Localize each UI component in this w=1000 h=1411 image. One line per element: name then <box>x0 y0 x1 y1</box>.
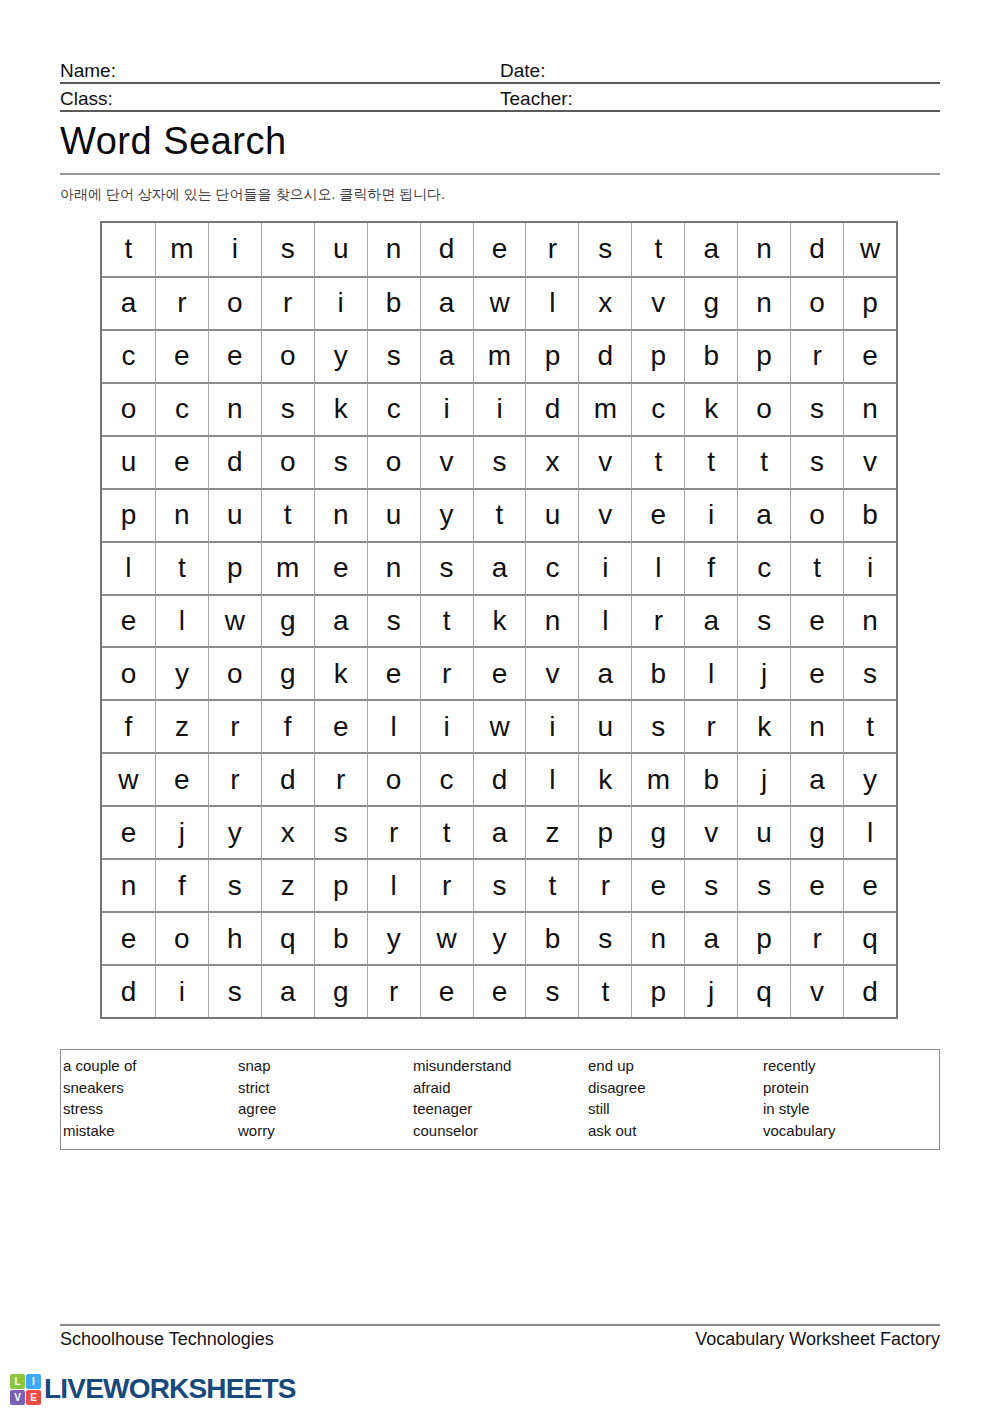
grid-cell-r12c7[interactable]: t <box>420 805 473 858</box>
grid-cell-r8c3[interactable]: w <box>208 594 261 647</box>
grid-cell-r12c12[interactable]: v <box>684 805 737 858</box>
grid-cell-r15c8[interactable]: e <box>473 964 526 1017</box>
grid-cell-r8c15[interactable]: n <box>843 594 896 647</box>
word-list-item: disagree <box>588 1077 763 1099</box>
word-list-item: vocabulary <box>763 1120 939 1142</box>
grid-cell-r3c3[interactable]: e <box>208 329 261 382</box>
grid-cell-r11c15[interactable]: y <box>843 752 896 805</box>
grid-cell-r3c6[interactable]: s <box>367 329 420 382</box>
grid-cell-r2c10[interactable]: x <box>578 276 631 329</box>
grid-cell-r4c8[interactable]: i <box>473 382 526 435</box>
grid-cell-r10c9[interactable]: i <box>525 699 578 752</box>
grid-cell-r3c13[interactable]: p <box>737 329 790 382</box>
word-list-item: a couple of <box>63 1055 238 1077</box>
grid-cell-r13c3[interactable]: s <box>208 858 261 911</box>
grid-cell-r12c2[interactable]: j <box>155 805 208 858</box>
word-list-item: stress <box>63 1098 238 1120</box>
grid-cell-r2c2[interactable]: r <box>155 276 208 329</box>
grid-cell-r13c14[interactable]: e <box>790 858 843 911</box>
grid-cell-r1c2[interactable]: m <box>155 223 208 276</box>
grid-cell-r10c1[interactable]: f <box>102 699 155 752</box>
grid-cell-r1c14[interactable]: d <box>790 223 843 276</box>
grid-cell-r5c14[interactable]: s <box>790 435 843 488</box>
grid-cell-r7c8[interactable]: a <box>473 541 526 594</box>
word-list-item: mistake <box>63 1120 238 1142</box>
grid-cell-r10c10[interactable]: u <box>578 699 631 752</box>
grid-cell-r9c7[interactable]: r <box>420 646 473 699</box>
grid-cell-r11c2[interactable]: e <box>155 752 208 805</box>
logo-square-i: I <box>26 1374 41 1389</box>
grid-cell-r7c3[interactable]: p <box>208 541 261 594</box>
grid-cell-r8c5[interactable]: a <box>314 594 367 647</box>
grid-cell-r13c13[interactable]: s <box>737 858 790 911</box>
grid-cell-r15c1[interactable]: d <box>102 964 155 1017</box>
grid-cell-r12c8[interactable]: a <box>473 805 526 858</box>
grid-cell-r11c10[interactable]: k <box>578 752 631 805</box>
grid-cell-r3c12[interactable]: b <box>684 329 737 382</box>
grid-cell-r10c3[interactable]: r <box>208 699 261 752</box>
grid-cell-r10c14[interactable]: n <box>790 699 843 752</box>
grid-cell-r15c9[interactable]: s <box>525 964 578 1017</box>
grid-cell-r6c5[interactable]: n <box>314 488 367 541</box>
name-date-row: Name: Date: <box>60 56 940 84</box>
grid-cell-r3c14[interactable]: r <box>790 329 843 382</box>
word-list-column-2: snapstrictagreeworry <box>238 1055 413 1141</box>
grid-cell-r4c11[interactable]: c <box>631 382 684 435</box>
grid-cell-r1c6[interactable]: n <box>367 223 420 276</box>
word-list-item: end up <box>588 1055 763 1077</box>
grid-cell-r7c10[interactable]: i <box>578 541 631 594</box>
logo-square-v: V <box>10 1390 25 1405</box>
grid-cell-r6c12[interactable]: i <box>684 488 737 541</box>
class-teacher-row: Class: Teacher: <box>60 84 940 112</box>
grid-cell-r8c7[interactable]: t <box>420 594 473 647</box>
grid-cell-r1c9[interactable]: r <box>525 223 578 276</box>
grid-cell-r1c10[interactable]: s <box>578 223 631 276</box>
grid-cell-r13c9[interactable]: t <box>525 858 578 911</box>
grid-cell-r1c12[interactable]: a <box>684 223 737 276</box>
grid-cell-r14c2[interactable]: o <box>155 911 208 964</box>
grid-cell-r15c15[interactable]: d <box>843 964 896 1017</box>
grid-cell-r8c4[interactable]: g <box>261 594 314 647</box>
grid-cell-r12c4[interactable]: x <box>261 805 314 858</box>
grid-cell-r15c4[interactable]: a <box>261 964 314 1017</box>
grid-cell-r3c2[interactable]: e <box>155 329 208 382</box>
grid-cell-r4c4[interactable]: s <box>261 382 314 435</box>
grid-cell-r5c10[interactable]: v <box>578 435 631 488</box>
grid-cell-r3c7[interactable]: a <box>420 329 473 382</box>
grid-cell-r14c13[interactable]: p <box>737 911 790 964</box>
grid-cell-r2c9[interactable]: l <box>525 276 578 329</box>
grid-cell-r3c10[interactable]: d <box>578 329 631 382</box>
grid-cell-r7c1[interactable]: l <box>102 541 155 594</box>
grid-cell-r9c3[interactable]: o <box>208 646 261 699</box>
grid-cell-r12c1[interactable]: e <box>102 805 155 858</box>
grid-cell-r6c11[interactable]: e <box>631 488 684 541</box>
grid-cell-r8c11[interactable]: r <box>631 594 684 647</box>
grid-cell-r4c6[interactable]: c <box>367 382 420 435</box>
grid-cell-r13c10[interactable]: r <box>578 858 631 911</box>
grid-cell-r7c15[interactable]: i <box>843 541 896 594</box>
grid-cell-r4c3[interactable]: n <box>208 382 261 435</box>
grid-cell-r13c15[interactable]: e <box>843 858 896 911</box>
word-list-item: ask out <box>588 1120 763 1142</box>
word-list-item: snap <box>238 1055 413 1077</box>
grid-cell-r8c12[interactable]: a <box>684 594 737 647</box>
grid-cell-r6c4[interactable]: t <box>261 488 314 541</box>
grid-cell-r6c15[interactable]: b <box>843 488 896 541</box>
grid-cell-r4c9[interactable]: d <box>525 382 578 435</box>
grid-cell-r5c4[interactable]: o <box>261 435 314 488</box>
grid-cell-r8c9[interactable]: n <box>525 594 578 647</box>
word-list-item: recently <box>763 1055 939 1077</box>
grid-cell-r10c15[interactable]: t <box>843 699 896 752</box>
grid-cell-r6c13[interactable]: a <box>737 488 790 541</box>
grid-cell-r14c11[interactable]: n <box>631 911 684 964</box>
grid-cell-r2c14[interactable]: o <box>790 276 843 329</box>
grid-cell-r2c13[interactable]: n <box>737 276 790 329</box>
grid-cell-r5c6[interactable]: o <box>367 435 420 488</box>
grid-cell-r9c1[interactable]: o <box>102 646 155 699</box>
grid-cell-r14c4[interactable]: q <box>261 911 314 964</box>
grid-cell-r8c8[interactable]: k <box>473 594 526 647</box>
grid-cell-r8c6[interactable]: s <box>367 594 420 647</box>
grid-cell-r11c3[interactable]: r <box>208 752 261 805</box>
grid-cell-r7c12[interactable]: f <box>684 541 737 594</box>
grid-cell-r4c2[interactable]: c <box>155 382 208 435</box>
grid-cell-r10c13[interactable]: k <box>737 699 790 752</box>
grid-cell-r10c5[interactable]: e <box>314 699 367 752</box>
grid-cell-r9c4[interactable]: g <box>261 646 314 699</box>
grid-cell-r11c12[interactable]: b <box>684 752 737 805</box>
worksheet-page: Name: Date: Class: Teacher: Word Search … <box>0 0 1000 1150</box>
grid-cell-r6c2[interactable]: n <box>155 488 208 541</box>
grid-cell-r5c11[interactable]: t <box>631 435 684 488</box>
grid-cell-r14c7[interactable]: w <box>420 911 473 964</box>
grid-cell-r5c3[interactable]: d <box>208 435 261 488</box>
grid-cell-r13c8[interactable]: s <box>473 858 526 911</box>
grid-cell-r14c8[interactable]: y <box>473 911 526 964</box>
word-list-column-4: end updisagreestillask out <box>588 1055 763 1141</box>
word-list-item: sneakers <box>63 1077 238 1099</box>
grid-cell-r2c15[interactable]: p <box>843 276 896 329</box>
grid-cell-r8c1[interactable]: e <box>102 594 155 647</box>
grid-cell-r7c4[interactable]: m <box>261 541 314 594</box>
grid-cell-r13c4[interactable]: z <box>261 858 314 911</box>
grid-cell-r2c7[interactable]: a <box>420 276 473 329</box>
grid-cell-r2c6[interactable]: b <box>367 276 420 329</box>
grid-cell-r14c3[interactable]: h <box>208 911 261 964</box>
grid-cell-r13c11[interactable]: e <box>631 858 684 911</box>
word-list-item: misunderstand <box>413 1055 588 1077</box>
grid-cell-r5c5[interactable]: s <box>314 435 367 488</box>
word-list-item: worry <box>238 1120 413 1142</box>
grid-cell-r1c4[interactable]: s <box>261 223 314 276</box>
grid-cell-r1c13[interactable]: n <box>737 223 790 276</box>
word-list-item: protein <box>763 1077 939 1099</box>
grid-cell-r11c9[interactable]: l <box>525 752 578 805</box>
grid-cell-r7c11[interactable]: l <box>631 541 684 594</box>
grid-cell-r6c3[interactable]: u <box>208 488 261 541</box>
grid-cell-r10c7[interactable]: i <box>420 699 473 752</box>
grid-cell-r9c5[interactable]: k <box>314 646 367 699</box>
grid-cell-r5c15[interactable]: v <box>843 435 896 488</box>
grid-cell-r1c5[interactable]: u <box>314 223 367 276</box>
class-label: Class: <box>60 88 113 109</box>
grid-cell-r3c1[interactable]: c <box>102 329 155 382</box>
grid-cell-r3c9[interactable]: p <box>525 329 578 382</box>
grid-cell-r12c9[interactable]: z <box>525 805 578 858</box>
grid-cell-r15c3[interactable]: s <box>208 964 261 1017</box>
grid-cell-r9c11[interactable]: b <box>631 646 684 699</box>
grid-cell-r15c6[interactable]: r <box>367 964 420 1017</box>
grid-cell-r3c5[interactable]: y <box>314 329 367 382</box>
word-list-item: teenager <box>413 1098 588 1120</box>
grid-cell-r3c4[interactable]: o <box>261 329 314 382</box>
grid-cell-r4c10[interactable]: m <box>578 382 631 435</box>
grid-cell-r9c2[interactable]: y <box>155 646 208 699</box>
footer-left-text: Schoolhouse Technologies <box>60 1329 274 1350</box>
grid-cell-r1c11[interactable]: t <box>631 223 684 276</box>
grid-cell-r11c6[interactable]: o <box>367 752 420 805</box>
grid-cell-r14c12[interactable]: a <box>684 911 737 964</box>
grid-cell-r11c1[interactable]: w <box>102 752 155 805</box>
grid-cell-r13c5[interactable]: p <box>314 858 367 911</box>
grid-cell-r14c14[interactable]: r <box>790 911 843 964</box>
grid-cell-r2c3[interactable]: o <box>208 276 261 329</box>
word-list-column-5: recentlyproteinin stylevocabulary <box>763 1055 939 1141</box>
footer-divider <box>60 1324 940 1326</box>
grid-cell-r2c5[interactable]: i <box>314 276 367 329</box>
grid-cell-r7c7[interactable]: s <box>420 541 473 594</box>
footer: Schoolhouse Technologies Vocabulary Work… <box>60 1329 940 1350</box>
grid-cell-r7c2[interactable]: t <box>155 541 208 594</box>
grid-cell-r12c5[interactable]: s <box>314 805 367 858</box>
grid-cell-r6c10[interactable]: v <box>578 488 631 541</box>
logo-square-l: L <box>10 1374 25 1389</box>
page-title: Word Search <box>60 120 940 163</box>
grid-cell-r12c11[interactable]: g <box>631 805 684 858</box>
word-list-item: afraid <box>413 1077 588 1099</box>
grid-cell-r9c8[interactable]: e <box>473 646 526 699</box>
liveworksheets-logo[interactable]: L I V E LIVEWORKSHEETS <box>10 1373 296 1405</box>
grid-cell-r1c8[interactable]: e <box>473 223 526 276</box>
grid-cell-r11c5[interactable]: r <box>314 752 367 805</box>
grid-cell-r2c4[interactable]: r <box>261 276 314 329</box>
grid-cell-r1c15[interactable]: w <box>843 223 896 276</box>
grid-cell-r11c4[interactable]: d <box>261 752 314 805</box>
grid-cell-r9c13[interactable]: j <box>737 646 790 699</box>
grid-cell-r12c15[interactable]: l <box>843 805 896 858</box>
grid-cell-r2c11[interactable]: v <box>631 276 684 329</box>
grid-cell-r4c5[interactable]: k <box>314 382 367 435</box>
grid-cell-r6c14[interactable]: o <box>790 488 843 541</box>
grid-cell-r4c15[interactable]: n <box>843 382 896 435</box>
grid-cell-r4c7[interactable]: i <box>420 382 473 435</box>
grid-cell-r12c13[interactable]: u <box>737 805 790 858</box>
grid-cell-r15c2[interactable]: i <box>155 964 208 1017</box>
title-block: Word Search <box>60 112 940 175</box>
grid-cell-r4c13[interactable]: o <box>737 382 790 435</box>
logo-wordmark: LIVEWORKSHEETS <box>44 1373 296 1405</box>
date-label: Date: <box>500 60 545 81</box>
grid-cell-r2c1[interactable]: a <box>102 276 155 329</box>
grid-cell-r4c14[interactable]: s <box>790 382 843 435</box>
teacher-label: Teacher: <box>500 88 573 109</box>
grid-cell-r15c5[interactable]: g <box>314 964 367 1017</box>
instruction-text: 아래에 단어 상자에 있는 단어들을 찾으시오. 클릭하면 됩니다. <box>60 186 940 204</box>
grid-cell-r13c1[interactable]: n <box>102 858 155 911</box>
grid-cell-r4c12[interactable]: k <box>684 382 737 435</box>
grid-cell-r12c14[interactable]: g <box>790 805 843 858</box>
grid-cell-r5c1[interactable]: u <box>102 435 155 488</box>
grid-cell-r10c12[interactable]: r <box>684 699 737 752</box>
word-list-item: in style <box>763 1098 939 1120</box>
grid-cell-r7c9[interactable]: c <box>525 541 578 594</box>
name-label: Name: <box>60 60 116 81</box>
grid-cell-r9c6[interactable]: e <box>367 646 420 699</box>
grid-cell-r11c13[interactable]: j <box>737 752 790 805</box>
grid-cell-r14c6[interactable]: y <box>367 911 420 964</box>
word-list-box: a couple ofsneakersstressmistakesnapstri… <box>60 1049 940 1150</box>
grid-cell-r5c2[interactable]: e <box>155 435 208 488</box>
grid-cell-r3c15[interactable]: e <box>843 329 896 382</box>
grid-cell-r4c1[interactable]: o <box>102 382 155 435</box>
grid-cell-r10c6[interactable]: l <box>367 699 420 752</box>
grid-cell-r9c15[interactable]: s <box>843 646 896 699</box>
grid-cell-r11c11[interactable]: m <box>631 752 684 805</box>
grid-cell-r13c2[interactable]: f <box>155 858 208 911</box>
grid-cell-r5c8[interactable]: s <box>473 435 526 488</box>
grid-cell-r10c11[interactable]: s <box>631 699 684 752</box>
grid-cell-r10c8[interactable]: w <box>473 699 526 752</box>
grid-cell-r6c8[interactable]: t <box>473 488 526 541</box>
grid-cell-r9c14[interactable]: e <box>790 646 843 699</box>
grid-cell-r13c12[interactable]: s <box>684 858 737 911</box>
liveworksheets-icon: L I V E <box>10 1374 41 1405</box>
grid-cell-r5c9[interactable]: x <box>525 435 578 488</box>
grid-cell-r8c13[interactable]: s <box>737 594 790 647</box>
logo-square-e: E <box>26 1390 41 1405</box>
grid-cell-r2c8[interactable]: w <box>473 276 526 329</box>
grid-cell-r12c6[interactable]: r <box>367 805 420 858</box>
grid-cell-r9c12[interactable]: l <box>684 646 737 699</box>
word-list-item: agree <box>238 1098 413 1120</box>
grid-cell-r8c14[interactable]: e <box>790 594 843 647</box>
grid-cell-r5c12[interactable]: t <box>684 435 737 488</box>
word-search-grid: tmisunderstandwaroribawlxvgnopceeoysampd… <box>100 221 898 1019</box>
grid-cell-r9c9[interactable]: v <box>525 646 578 699</box>
grid-cell-r1c3[interactable]: i <box>208 223 261 276</box>
grid-cell-r13c7[interactable]: r <box>420 858 473 911</box>
grid-cell-r7c5[interactable]: e <box>314 541 367 594</box>
grid-cell-r12c3[interactable]: y <box>208 805 261 858</box>
grid-cell-r11c8[interactable]: d <box>473 752 526 805</box>
grid-cell-r15c7[interactable]: e <box>420 964 473 1017</box>
grid-cell-r6c6[interactable]: u <box>367 488 420 541</box>
grid-cell-r12c10[interactable]: p <box>578 805 631 858</box>
grid-cell-r14c15[interactable]: q <box>843 911 896 964</box>
grid-cell-r15c12[interactable]: j <box>684 964 737 1017</box>
word-list-item: counselor <box>413 1120 588 1142</box>
grid-cell-r15c11[interactable]: p <box>631 964 684 1017</box>
grid-cell-r14c10[interactable]: s <box>578 911 631 964</box>
grid-cell-r7c13[interactable]: c <box>737 541 790 594</box>
grid-cell-r5c13[interactable]: t <box>737 435 790 488</box>
grid-cell-r1c7[interactable]: d <box>420 223 473 276</box>
grid-cell-r8c10[interactable]: l <box>578 594 631 647</box>
grid-cell-r1c1[interactable]: t <box>102 223 155 276</box>
grid-cell-r3c11[interactable]: p <box>631 329 684 382</box>
grid-cell-r14c1[interactable]: e <box>102 911 155 964</box>
grid-cell-r10c2[interactable]: z <box>155 699 208 752</box>
grid-cell-r6c9[interactable]: u <box>525 488 578 541</box>
word-list-column-1: a couple ofsneakersstressmistake <box>63 1055 238 1141</box>
grid-cell-r10c4[interactable]: f <box>261 699 314 752</box>
grid-cell-r13c6[interactable]: l <box>367 858 420 911</box>
grid-cell-r7c6[interactable]: n <box>367 541 420 594</box>
word-list-item: still <box>588 1098 763 1120</box>
grid-cell-r3c8[interactable]: m <box>473 329 526 382</box>
grid-cell-r8c2[interactable]: l <box>155 594 208 647</box>
grid-cell-r6c7[interactable]: y <box>420 488 473 541</box>
grid-cell-r14c9[interactable]: b <box>525 911 578 964</box>
grid-cell-r6c1[interactable]: p <box>102 488 155 541</box>
grid-cell-r2c12[interactable]: g <box>684 276 737 329</box>
grid-cell-r15c10[interactable]: t <box>578 964 631 1017</box>
grid-cell-r15c13[interactable]: q <box>737 964 790 1017</box>
grid-cell-r7c14[interactable]: t <box>790 541 843 594</box>
word-list-item: strict <box>238 1077 413 1099</box>
grid-cell-r14c5[interactable]: b <box>314 911 367 964</box>
word-list-column-3: misunderstandafraidteenagercounselor <box>413 1055 588 1141</box>
grid-cell-r11c14[interactable]: a <box>790 752 843 805</box>
grid-cell-r11c7[interactable]: c <box>420 752 473 805</box>
grid-cell-r5c7[interactable]: v <box>420 435 473 488</box>
grid-cell-r15c14[interactable]: v <box>790 964 843 1017</box>
grid-cell-r9c10[interactable]: a <box>578 646 631 699</box>
footer-right-text: Vocabulary Worksheet Factory <box>695 1329 940 1350</box>
